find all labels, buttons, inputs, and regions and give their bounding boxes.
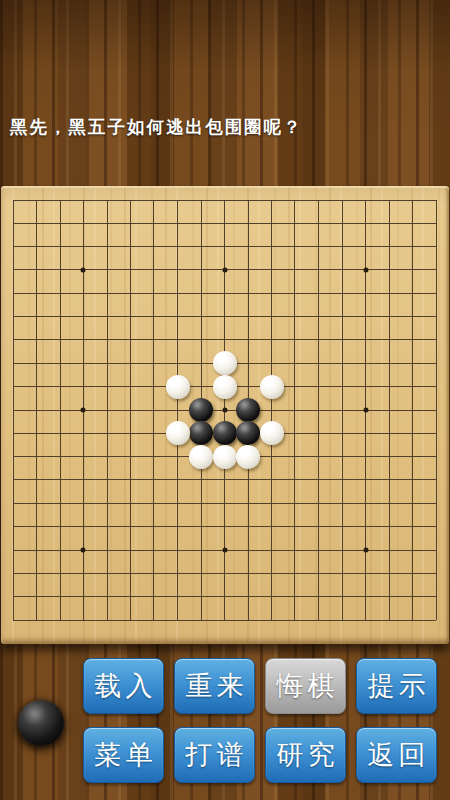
grid-line xyxy=(436,200,437,620)
black-turn-indicator-stone xyxy=(18,700,64,746)
hint-button[interactable]: 提示 xyxy=(356,658,437,714)
study-button[interactable]: 研究 xyxy=(265,727,346,783)
record-button[interactable]: 打谱 xyxy=(174,727,255,783)
grid-line xyxy=(294,200,295,620)
grid-line xyxy=(318,200,319,620)
white-stone xyxy=(260,375,284,399)
white-stone xyxy=(213,375,237,399)
white-stone xyxy=(166,375,190,399)
board-grid[interactable] xyxy=(13,200,436,620)
grid-line xyxy=(342,200,343,620)
grid-line xyxy=(13,596,436,597)
go-board xyxy=(1,186,449,644)
star-point xyxy=(81,408,86,413)
white-stone xyxy=(236,445,260,469)
white-stone xyxy=(213,351,237,375)
grid-line xyxy=(13,479,436,480)
app-screen: 黑先，黑五子如何逃出包围圈呢？ 载入 重来 悔棋 提示 菜单 打谱 研究 返回 xyxy=(0,0,450,800)
black-stone xyxy=(236,421,260,445)
grid-line xyxy=(13,503,436,504)
grid-line xyxy=(13,620,436,621)
star-point xyxy=(363,548,368,553)
star-point xyxy=(222,548,227,553)
star-point xyxy=(222,267,227,272)
grid-line xyxy=(271,200,272,620)
puzzle-status-text: 黑先，黑五子如何逃出包围圈呢？ xyxy=(10,116,440,138)
grid-line xyxy=(389,200,390,620)
star-point xyxy=(222,408,227,413)
star-point xyxy=(81,548,86,553)
black-stone xyxy=(189,421,213,445)
back-button[interactable]: 返回 xyxy=(356,727,437,783)
black-stone xyxy=(213,421,237,445)
menu-button[interactable]: 菜单 xyxy=(83,727,164,783)
black-stone xyxy=(189,398,213,422)
load-button[interactable]: 载入 xyxy=(83,658,164,714)
restart-button[interactable]: 重来 xyxy=(174,658,255,714)
grid-line xyxy=(13,573,436,574)
star-point xyxy=(363,267,368,272)
black-stone xyxy=(236,398,260,422)
grid-line xyxy=(13,526,436,527)
control-button-grid: 载入 重来 悔棋 提示 菜单 打谱 研究 返回 xyxy=(83,658,437,783)
white-stone xyxy=(213,445,237,469)
white-stone xyxy=(166,421,190,445)
star-point xyxy=(81,267,86,272)
star-point xyxy=(363,408,368,413)
white-stone xyxy=(189,445,213,469)
grid-line xyxy=(412,200,413,620)
undo-button: 悔棋 xyxy=(265,658,346,714)
white-stone xyxy=(260,421,284,445)
